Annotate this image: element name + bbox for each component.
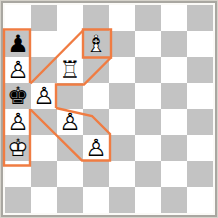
square-c2[interactable] — [57, 161, 83, 187]
square-c4[interactable]: ♟♙ — [57, 109, 83, 135]
square-c1[interactable] — [57, 187, 83, 213]
piece-fill-white-bishop: ♝ — [83, 31, 109, 57]
piece-black-pawn: ♟ — [5, 31, 31, 57]
square-e7[interactable] — [109, 31, 135, 57]
square-b2[interactable] — [31, 161, 57, 187]
square-f7[interactable] — [135, 31, 161, 57]
square-b1[interactable] — [31, 187, 57, 213]
square-g1[interactable] — [161, 187, 187, 213]
square-d6[interactable] — [83, 57, 109, 83]
piece-white-pawn: ♙ — [5, 57, 31, 83]
board-frame-white-bevel: ♟♝♗♟♙♜♖♚♟♙♟♙♟♙♚♔♟♙ — [3, 3, 215, 215]
piece-white-bishop: ♗ — [83, 31, 109, 57]
piece-white-pawn: ♙ — [31, 83, 57, 109]
piece-fill-white-king: ♚ — [5, 135, 31, 161]
square-h6[interactable] — [187, 57, 213, 83]
piece-fill-white-pawn: ♟ — [31, 83, 57, 109]
square-b3[interactable] — [31, 135, 57, 161]
piece-black-king: ♚ — [5, 83, 31, 109]
piece-white-pawn: ♙ — [57, 109, 83, 135]
square-d4[interactable] — [83, 109, 109, 135]
square-a3[interactable]: ♚♔ — [5, 135, 31, 161]
square-g4[interactable] — [161, 109, 187, 135]
square-f3[interactable] — [135, 135, 161, 161]
square-f5[interactable] — [135, 83, 161, 109]
square-b8[interactable] — [31, 5, 57, 31]
square-h5[interactable] — [187, 83, 213, 109]
square-h2[interactable] — [187, 161, 213, 187]
square-c7[interactable] — [57, 31, 83, 57]
square-d3[interactable]: ♟♙ — [83, 135, 109, 161]
square-d7[interactable]: ♝♗ — [83, 31, 109, 57]
square-h8[interactable] — [187, 5, 213, 31]
piece-fill-white-pawn: ♟ — [57, 109, 83, 135]
square-g7[interactable] — [161, 31, 187, 57]
piece-fill-white-pawn: ♟ — [5, 109, 31, 135]
square-f1[interactable] — [135, 187, 161, 213]
square-b5[interactable]: ♟♙ — [31, 83, 57, 109]
piece-fill-white-pawn: ♟ — [5, 57, 31, 83]
piece-fill-white-rook: ♜ — [57, 57, 83, 83]
square-f2[interactable] — [135, 161, 161, 187]
square-g8[interactable] — [161, 5, 187, 31]
square-a6[interactable]: ♟♙ — [5, 57, 31, 83]
board-frame-inner: ♟♝♗♟♙♜♖♚♟♙♟♙♟♙♚♔♟♙ — [1, 1, 217, 217]
square-g6[interactable] — [161, 57, 187, 83]
chess-board: ♟♝♗♟♙♜♖♚♟♙♟♙♟♙♚♔♟♙ — [5, 5, 213, 213]
square-e8[interactable] — [109, 5, 135, 31]
square-d8[interactable] — [83, 5, 109, 31]
square-c6[interactable]: ♜♖ — [57, 57, 83, 83]
square-d2[interactable] — [83, 161, 109, 187]
square-e1[interactable] — [109, 187, 135, 213]
square-e3[interactable] — [109, 135, 135, 161]
square-c8[interactable] — [57, 5, 83, 31]
board-frame: ♟♝♗♟♙♜♖♚♟♙♟♙♟♙♚♔♟♙ — [0, 0, 218, 218]
square-a2[interactable] — [5, 161, 31, 187]
square-h4[interactable] — [187, 109, 213, 135]
piece-white-rook: ♖ — [57, 57, 83, 83]
square-h1[interactable] — [187, 187, 213, 213]
square-a5[interactable]: ♚ — [5, 83, 31, 109]
square-e2[interactable] — [109, 161, 135, 187]
square-h7[interactable] — [187, 31, 213, 57]
square-g5[interactable] — [161, 83, 187, 109]
square-c3[interactable] — [57, 135, 83, 161]
square-e6[interactable] — [109, 57, 135, 83]
square-a7[interactable]: ♟ — [5, 31, 31, 57]
square-b7[interactable] — [31, 31, 57, 57]
square-f6[interactable] — [135, 57, 161, 83]
square-f4[interactable] — [135, 109, 161, 135]
square-g2[interactable] — [161, 161, 187, 187]
square-a1[interactable] — [5, 187, 31, 213]
square-b6[interactable] — [31, 57, 57, 83]
square-d5[interactable] — [83, 83, 109, 109]
square-d1[interactable] — [83, 187, 109, 213]
piece-white-pawn: ♙ — [5, 109, 31, 135]
square-c5[interactable] — [57, 83, 83, 109]
square-a8[interactable] — [5, 5, 31, 31]
square-g3[interactable] — [161, 135, 187, 161]
square-e4[interactable] — [109, 109, 135, 135]
square-b4[interactable] — [31, 109, 57, 135]
square-a4[interactable]: ♟♙ — [5, 109, 31, 135]
square-f8[interactable] — [135, 5, 161, 31]
square-h3[interactable] — [187, 135, 213, 161]
piece-white-pawn: ♙ — [83, 135, 109, 161]
piece-white-king: ♔ — [5, 135, 31, 161]
square-e5[interactable] — [109, 83, 135, 109]
piece-fill-white-pawn: ♟ — [83, 135, 109, 161]
